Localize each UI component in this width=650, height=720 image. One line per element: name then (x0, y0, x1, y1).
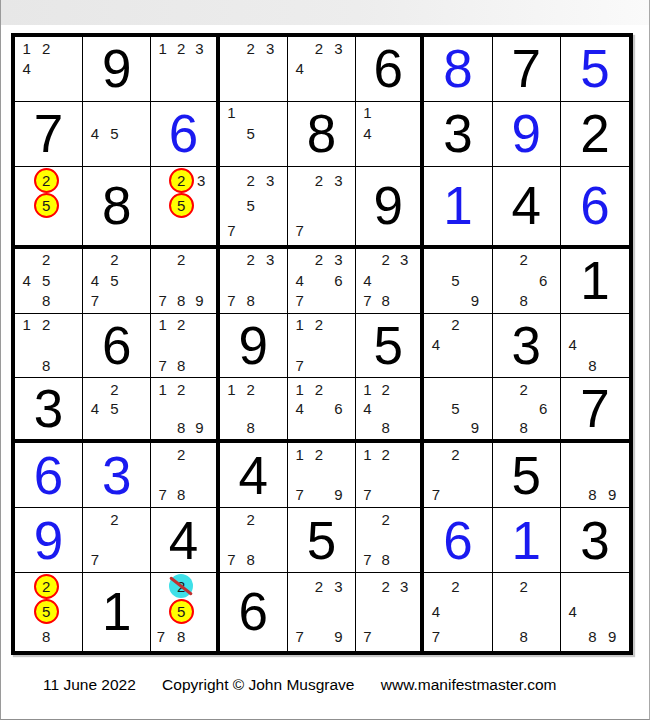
candidate-5: 5 (36, 270, 55, 290)
cell-r3c5[interactable]: 237 (288, 167, 356, 249)
candidate-8: 8 (377, 550, 395, 570)
candidate-4: 4 (358, 399, 376, 418)
pencil-marks: 14 (356, 102, 420, 166)
pencil-marks: 278 (151, 443, 215, 507)
pencil-marks: 245 (83, 378, 150, 439)
candidate-5: 5 (105, 270, 124, 290)
candidate-2: 2 (514, 574, 533, 599)
cell-r6c3[interactable]: 1289 (151, 378, 219, 443)
pencil-marks: 89 (561, 443, 629, 507)
pencil-marks: 2457 (83, 249, 150, 313)
header-bar (1, 0, 649, 25)
candidate-7: 7 (358, 290, 376, 310)
pencil-marks: 23 (220, 37, 287, 101)
cell-value-given: 4 (493, 167, 560, 245)
candidate-5-yellow: 5 (169, 599, 194, 624)
pencil-marks: 45 (83, 102, 150, 166)
candidate-2: 2 (309, 379, 328, 398)
candidate-6: 6 (533, 399, 552, 418)
cell-r7c4[interactable]: 4 (220, 443, 288, 508)
candidate-7: 7 (290, 355, 309, 375)
cell-value-given: 6 (356, 37, 420, 101)
pencil-marks: 2379 (288, 573, 355, 651)
pencil-marks: 24 (424, 314, 491, 378)
cell-r3c2[interactable]: 8 (83, 167, 151, 249)
cell-r4c6[interactable]: 23478 (356, 249, 424, 314)
cell-value-solved: 6 (561, 167, 629, 245)
candidate-8: 8 (583, 485, 603, 505)
cell-r8c6[interactable]: 278 (356, 508, 424, 573)
candidate-7: 7 (153, 624, 168, 649)
candidate-8: 8 (241, 290, 260, 310)
cell-r6c2[interactable]: 245 (83, 378, 151, 443)
candidate-2: 2 (309, 574, 328, 599)
cell-r1c2[interactable]: 9 (83, 37, 151, 102)
candidate-2: 2 (446, 315, 465, 335)
cell-r1c8[interactable]: 7 (493, 37, 561, 102)
cell-r7c8[interactable]: 5 (493, 443, 561, 508)
candidate-3: 3 (260, 38, 279, 58)
candidate-9: 9 (329, 485, 348, 505)
candidate-2: 2 (514, 379, 533, 398)
pencil-marks: 124 (15, 37, 82, 101)
candidate-8: 8 (377, 418, 395, 437)
candidate-6: 6 (329, 270, 348, 290)
pencil-marks: 258 (15, 573, 82, 651)
pencil-marks: 128 (15, 314, 82, 378)
candidate-3: 3 (190, 38, 208, 58)
pencil-marks: 123 (151, 37, 215, 101)
candidate-2: 2 (377, 509, 395, 529)
pencil-marks: 1279 (288, 443, 355, 507)
candidate-2: 2 (309, 168, 328, 193)
cell-value-solved: 6 (424, 508, 491, 572)
candidate-8: 8 (172, 355, 190, 375)
cell-r8c2[interactable]: 27 (83, 508, 151, 573)
cell-r1c1[interactable]: 124 (15, 37, 83, 102)
pencil-marks: 23467 (288, 249, 355, 313)
cell-value-given: 9 (356, 167, 420, 245)
candidate-7: 7 (358, 550, 376, 570)
cell-r1c6[interactable]: 6 (356, 37, 424, 102)
pencil-marks: 127 (356, 443, 420, 507)
cell-r9c8[interactable]: 28 (493, 573, 561, 651)
candidate-4: 4 (563, 335, 583, 355)
pencil-marks: 278 (220, 508, 287, 572)
candidate-1: 1 (290, 379, 309, 398)
cell-r7c9[interactable]: 89 (561, 443, 629, 508)
candidate-1: 1 (153, 38, 171, 58)
cell-r5c6[interactable]: 5 (356, 314, 424, 379)
pencil-marks: 2789 (151, 249, 215, 313)
footer-copyright: Copyright © John Musgrave (162, 676, 354, 693)
cell-r5c1[interactable]: 128 (15, 314, 83, 379)
candidate-7: 7 (290, 485, 309, 505)
candidate-2: 2 (105, 250, 124, 270)
cell-r3c6[interactable]: 9 (356, 167, 424, 249)
cell-r5c2[interactable]: 6 (83, 314, 151, 379)
candidate-7: 7 (153, 290, 171, 310)
cell-value-given: 7 (561, 378, 629, 439)
cell-r9c7[interactable]: 247 (424, 573, 492, 651)
candidate-7: 7 (358, 485, 376, 505)
candidate-9: 9 (190, 290, 208, 310)
pencil-marks: 27 (424, 443, 491, 507)
candidate-7: 7 (290, 290, 309, 310)
candidate-9: 9 (465, 290, 484, 310)
pencil-marks: 237 (288, 167, 355, 245)
cell-r3c9[interactable]: 6 (561, 167, 629, 249)
candidate-3: 3 (395, 250, 413, 270)
footer-date: 11 June 2022 (43, 676, 136, 693)
candidate-5: 5 (105, 399, 124, 418)
cell-r9c1[interactable]: 258 (15, 573, 83, 651)
candidate-7: 7 (85, 290, 104, 310)
candidate-8: 8 (514, 418, 533, 437)
cell-r5c9[interactable]: 48 (561, 314, 629, 379)
candidate-4: 4 (85, 270, 104, 290)
pencil-marks: 48 (561, 314, 629, 378)
pencil-marks: 2458 (15, 249, 82, 313)
cell-r4c5[interactable]: 23467 (288, 249, 356, 314)
cell-r6c9[interactable]: 7 (561, 378, 629, 443)
candidate-1: 1 (358, 444, 376, 464)
cell-r1c5[interactable]: 234 (288, 37, 356, 102)
candidate-8: 8 (172, 290, 190, 310)
cell-r3c3[interactable]: 235 (151, 167, 219, 249)
candidate-7: 7 (290, 624, 309, 649)
candidate-2: 2 (105, 379, 124, 398)
cell-r6c8[interactable]: 268 (493, 378, 561, 443)
candidate-9: 9 (602, 624, 622, 649)
cell-r7c5[interactable]: 1279 (288, 443, 356, 508)
candidate-5-yellow: 5 (34, 193, 59, 218)
cell-value-given: 1 (561, 249, 629, 313)
pencil-marks: 2357 (220, 167, 287, 245)
cell-r8c8[interactable]: 1 (493, 508, 561, 573)
pencil-marks: 28 (493, 573, 560, 651)
cell-r2c4[interactable]: 15 (220, 102, 288, 167)
candidate-8: 8 (514, 290, 533, 310)
cell-r6c4[interactable]: 128 (220, 378, 288, 443)
cell-value-given: 5 (288, 508, 355, 572)
cell-value-given: 4 (151, 508, 215, 572)
cell-value-given: 5 (356, 314, 420, 378)
candidate-1: 1 (222, 103, 241, 123)
cell-r4c4[interactable]: 2378 (220, 249, 288, 314)
cell-r9c2[interactable]: 1 (83, 573, 151, 651)
candidate-8: 8 (377, 290, 395, 310)
cell-r6c6[interactable]: 1248 (356, 378, 424, 443)
candidate-7: 7 (85, 550, 104, 570)
cell-value-given: 3 (424, 102, 491, 166)
candidate-9: 9 (329, 624, 348, 649)
pencil-marks: 1278 (151, 314, 215, 378)
candidate-5: 5 (446, 270, 465, 290)
candidate-2: 2 (36, 250, 55, 270)
candidate-8: 8 (514, 624, 533, 649)
pencil-marks: 237 (356, 573, 420, 651)
candidate-7: 7 (290, 218, 309, 243)
candidate-2: 2 (446, 444, 465, 464)
candidate-4: 4 (563, 599, 583, 624)
candidate-6: 6 (533, 270, 552, 290)
candidate-4: 4 (358, 270, 376, 290)
candidate-4: 4 (290, 399, 309, 418)
cell-r3c1[interactable]: 25 (15, 167, 83, 249)
cell-r2c1[interactable]: 7 (15, 102, 83, 167)
cell-r1c7[interactable]: 8 (424, 37, 492, 102)
candidate-2: 2 (36, 315, 55, 335)
candidate-9: 9 (602, 485, 622, 505)
cell-r8c5[interactable]: 5 (288, 508, 356, 573)
candidate-5-yellow: 5 (34, 599, 59, 624)
cell-r7c7[interactable]: 27 (424, 443, 492, 508)
candidate-4: 4 (290, 58, 309, 78)
candidate-1: 1 (290, 315, 309, 335)
page: 1249123232346875745615814392258235235723… (0, 0, 650, 720)
candidate-4: 4 (426, 599, 445, 624)
cell-r7c6[interactable]: 127 (356, 443, 424, 508)
candidate-5: 5 (105, 123, 124, 143)
cell-r5c3[interactable]: 1278 (151, 314, 219, 379)
cell-value-given: 6 (83, 314, 150, 378)
candidate-8: 8 (34, 624, 59, 649)
candidate-7: 7 (222, 550, 241, 570)
pencil-marks: 23478 (356, 249, 420, 313)
candidate-1: 1 (222, 379, 241, 398)
cell-value-solved: 9 (493, 102, 560, 166)
candidate-1: 1 (358, 103, 376, 123)
candidate-5-yellow: 5 (169, 193, 194, 218)
cell-r8c7[interactable]: 6 (424, 508, 492, 573)
cell-r4c1[interactable]: 2458 (15, 249, 83, 314)
candidate-1: 1 (358, 379, 376, 398)
candidate-8: 8 (172, 418, 190, 437)
cell-r2c2[interactable]: 45 (83, 102, 151, 167)
cell-value-given: 6 (220, 573, 287, 651)
candidate-2: 2 (241, 168, 260, 193)
candidate-2-yellow: 2 (169, 168, 194, 193)
cell-r5c8[interactable]: 3 (493, 314, 561, 379)
pencil-marks: 1248 (356, 378, 420, 439)
candidate-2: 2 (241, 509, 260, 529)
pencil-marks: 2378 (220, 249, 287, 313)
cell-r3c8[interactable]: 4 (493, 167, 561, 249)
cell-r9c9[interactable]: 489 (561, 573, 629, 651)
sudoku-board: 1249123232346875745615814392258235235723… (11, 33, 633, 655)
candidate-5: 5 (241, 193, 260, 218)
cell-r7c3[interactable]: 278 (151, 443, 219, 508)
cell-value-given: 8 (288, 102, 355, 166)
candidate-3: 3 (329, 574, 348, 599)
candidate-4: 4 (358, 123, 376, 143)
candidate-8: 8 (583, 355, 603, 375)
cell-r8c9[interactable]: 3 (561, 508, 629, 573)
candidate-2-yellow: 2 (34, 168, 59, 193)
candidate-6: 6 (329, 399, 348, 418)
cell-r1c4[interactable]: 23 (220, 37, 288, 102)
cell-r8c3[interactable]: 4 (151, 508, 219, 573)
candidate-2: 2 (241, 38, 260, 58)
candidate-2: 2 (309, 38, 328, 58)
pencil-marks: 247 (424, 573, 491, 651)
cell-r8c4[interactable]: 278 (220, 508, 288, 573)
pencil-marks: 234 (288, 37, 355, 101)
candidate-5: 5 (241, 123, 260, 143)
candidate-2: 2 (309, 315, 328, 335)
cell-r4c9[interactable]: 1 (561, 249, 629, 314)
pencil-marks: 235 (151, 167, 215, 245)
candidate-1: 1 (153, 315, 171, 335)
cell-value-given: 3 (561, 508, 629, 572)
candidate-2: 2 (172, 38, 190, 58)
candidate-7: 7 (153, 485, 171, 505)
pencil-marks: 128 (220, 378, 287, 439)
cell-r9c6[interactable]: 237 (356, 573, 424, 651)
cell-r8c1[interactable]: 9 (15, 508, 83, 573)
cell-value-given: 5 (493, 443, 560, 507)
cell-r7c1[interactable]: 6 (15, 443, 83, 508)
candidate-8: 8 (241, 418, 260, 437)
candidate-3: 3 (329, 38, 348, 58)
pencil-marks: 268 (493, 249, 560, 313)
cell-value-solved: 3 (83, 443, 150, 507)
candidate-2: 2 (377, 574, 395, 599)
cell-value-given: 7 (15, 102, 82, 166)
cell-value-given: 3 (15, 378, 82, 439)
candidate-2: 2 (377, 379, 395, 398)
candidate-1: 1 (17, 38, 36, 58)
candidate-3: 3 (194, 168, 209, 193)
cell-r3c4[interactable]: 2357 (220, 167, 288, 249)
candidate-3: 3 (260, 250, 279, 270)
candidate-5: 5 (446, 399, 465, 418)
candidate-7: 7 (222, 290, 241, 310)
cell-r2c5[interactable]: 8 (288, 102, 356, 167)
cell-value-solved: 6 (15, 443, 82, 507)
cell-value-solved: 1 (493, 508, 560, 572)
pencil-marks: 127 (288, 314, 355, 378)
cell-r4c2[interactable]: 2457 (83, 249, 151, 314)
cell-r5c5[interactable]: 127 (288, 314, 356, 379)
cell-value-given: 1 (83, 573, 150, 651)
cell-value-given: 3 (493, 314, 560, 378)
cell-value-given: 7 (493, 37, 560, 101)
candidate-2: 2 (377, 444, 395, 464)
candidate-4: 4 (85, 123, 104, 143)
candidate-1: 1 (17, 315, 36, 335)
cell-r2c7[interactable]: 3 (424, 102, 492, 167)
cell-r6c1[interactable]: 3 (15, 378, 83, 443)
candidate-1: 1 (153, 379, 171, 398)
candidate-2-cyan-strike: 2 (169, 574, 193, 598)
cell-r9c5[interactable]: 2379 (288, 573, 356, 651)
candidate-7: 7 (222, 218, 241, 243)
candidate-4: 4 (290, 270, 309, 290)
candidate-9: 9 (465, 418, 484, 437)
cell-r2c3[interactable]: 6 (151, 102, 219, 167)
candidate-7: 7 (426, 624, 445, 649)
candidate-7: 7 (153, 355, 171, 375)
cell-r4c7[interactable]: 59 (424, 249, 492, 314)
cell-value-solved: 1 (424, 167, 491, 245)
candidate-7: 7 (358, 624, 376, 649)
candidate-2: 2 (172, 315, 190, 335)
candidate-8: 8 (169, 624, 194, 649)
candidate-2: 2 (514, 250, 533, 270)
candidate-9: 9 (190, 418, 208, 437)
pencil-marks: 59 (424, 249, 491, 313)
candidate-7: 7 (426, 485, 445, 505)
candidate-2-yellow: 2 (34, 574, 59, 599)
candidate-2: 2 (36, 38, 55, 58)
cell-value-given: 9 (83, 37, 150, 101)
candidate-8: 8 (36, 290, 55, 310)
cell-value-solved: 5 (561, 37, 629, 101)
pencil-marks: 25 (15, 167, 82, 245)
cell-r5c7[interactable]: 24 (424, 314, 492, 379)
cell-r3c7[interactable]: 1 (424, 167, 492, 249)
candidate-4: 4 (17, 270, 36, 290)
candidate-2: 2 (241, 379, 260, 398)
candidate-2: 2 (309, 444, 328, 464)
cell-r1c9[interactable]: 5 (561, 37, 629, 102)
pencil-marks: 15 (220, 102, 287, 166)
candidate-3: 3 (260, 168, 279, 193)
candidate-3: 3 (329, 168, 348, 193)
candidate-2: 2 (241, 250, 260, 270)
pencil-marks: 2578 (151, 573, 215, 651)
candidate-2: 2 (172, 250, 190, 270)
cell-r6c5[interactable]: 1246 (288, 378, 356, 443)
candidate-2: 2 (172, 379, 190, 398)
cell-value-given: 4 (220, 443, 287, 507)
cell-r9c3[interactable]: 2578 (151, 573, 219, 651)
pencil-marks: 1289 (151, 378, 215, 439)
candidate-1: 1 (290, 444, 309, 464)
pencil-marks: 278 (356, 508, 420, 572)
candidate-2: 2 (377, 250, 395, 270)
pencil-marks: 59 (424, 378, 491, 439)
cell-r6c7[interactable]: 59 (424, 378, 492, 443)
cell-r4c8[interactable]: 268 (493, 249, 561, 314)
candidate-3: 3 (329, 250, 348, 270)
cell-value-given: 8 (83, 167, 150, 245)
cell-r1c3[interactable]: 123 (151, 37, 219, 102)
cell-value-solved: 6 (151, 102, 215, 166)
candidate-8: 8 (36, 355, 55, 375)
cell-r2c9[interactable]: 2 (561, 102, 629, 167)
cell-r9c4[interactable]: 6 (220, 573, 288, 651)
candidate-4: 4 (426, 335, 445, 355)
candidate-8: 8 (583, 624, 603, 649)
pencil-marks: 489 (561, 573, 629, 651)
candidate-2: 2 (105, 509, 124, 529)
cell-r2c6[interactable]: 14 (356, 102, 424, 167)
cell-r2c8[interactable]: 9 (493, 102, 561, 167)
cell-r5c4[interactable]: 9 (220, 314, 288, 379)
candidate-4: 4 (85, 399, 104, 418)
cell-value-solved: 9 (15, 508, 82, 572)
candidate-8: 8 (241, 550, 260, 570)
pencil-marks: 27 (83, 508, 150, 572)
cell-r4c3[interactable]: 2789 (151, 249, 219, 314)
candidate-2: 2 (172, 444, 190, 464)
cell-value-given: 2 (561, 102, 629, 166)
cell-value-solved: 8 (424, 37, 491, 101)
cell-r7c2[interactable]: 3 (83, 443, 151, 508)
